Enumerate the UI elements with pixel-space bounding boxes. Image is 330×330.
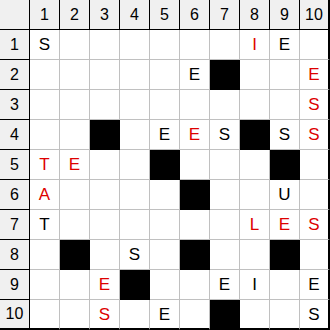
empty-cell-r9c9[interactable] <box>270 270 300 300</box>
empty-cell-r7c2[interactable] <box>60 210 90 240</box>
empty-cell-r8c5[interactable] <box>150 240 180 270</box>
letter-cell-r5c1[interactable]: T <box>30 150 60 180</box>
empty-cell-r1c2[interactable] <box>60 30 90 60</box>
empty-cell-r10c2[interactable] <box>60 300 90 330</box>
letter-cell-r10c5[interactable]: E <box>150 300 180 330</box>
corner-cell <box>0 0 30 30</box>
empty-cell-r2c9[interactable] <box>270 60 300 90</box>
empty-cell-r4c1[interactable] <box>30 120 60 150</box>
col-header-4: 4 <box>120 0 150 30</box>
row-header-4: 4 <box>0 120 30 150</box>
empty-cell-r4c4[interactable] <box>120 120 150 150</box>
letter-cell-r1c1[interactable]: S <box>30 30 60 60</box>
empty-cell-r7c5[interactable] <box>150 210 180 240</box>
block-cell-r5c9[interactable] <box>270 150 300 180</box>
letter-cell-r9c8[interactable]: I <box>240 270 270 300</box>
empty-cell-r9c1[interactable] <box>30 270 60 300</box>
empty-cell-r8c10[interactable] <box>300 240 330 270</box>
block-cell-r4c8[interactable] <box>240 120 270 150</box>
block-cell-r2c7[interactable] <box>210 60 240 90</box>
row-header-8: 8 <box>0 240 30 270</box>
empty-cell-r2c8[interactable] <box>240 60 270 90</box>
empty-cell-r3c8[interactable] <box>240 90 270 120</box>
letter-cell-r1c9[interactable]: E <box>270 30 300 60</box>
empty-cell-r6c7[interactable] <box>210 180 240 210</box>
letter-cell-r4c9[interactable]: S <box>270 120 300 150</box>
empty-cell-r1c5[interactable] <box>150 30 180 60</box>
col-header-2: 2 <box>60 0 90 30</box>
empty-cell-r2c5[interactable] <box>150 60 180 90</box>
empty-cell-r5c6[interactable] <box>180 150 210 180</box>
empty-cell-r1c7[interactable] <box>210 30 240 60</box>
empty-cell-r5c4[interactable] <box>120 150 150 180</box>
empty-cell-r1c3[interactable] <box>90 30 120 60</box>
empty-cell-r10c1[interactable] <box>30 300 60 330</box>
row-header-10: 10 <box>0 300 30 330</box>
block-cell-r4c3[interactable] <box>90 120 120 150</box>
letter-cell-r7c10[interactable]: S <box>300 210 330 240</box>
empty-cell-r9c5[interactable] <box>150 270 180 300</box>
empty-cell-r3c7[interactable] <box>210 90 240 120</box>
empty-cell-r6c10[interactable] <box>300 180 330 210</box>
block-cell-r8c9[interactable] <box>270 240 300 270</box>
empty-cell-r8c1[interactable] <box>30 240 60 270</box>
block-cell-r9c4[interactable] <box>120 270 150 300</box>
letter-cell-r7c8[interactable]: L <box>240 210 270 240</box>
col-header-3: 3 <box>90 0 120 30</box>
empty-cell-r10c8[interactable] <box>240 300 270 330</box>
row-header-2: 2 <box>0 60 30 90</box>
block-cell-r8c2[interactable] <box>60 240 90 270</box>
letter-cell-r4c10[interactable]: S <box>300 120 330 150</box>
empty-cell-r10c9[interactable] <box>270 300 300 330</box>
letter-cell-r7c9[interactable]: E <box>270 210 300 240</box>
empty-cell-r3c1[interactable] <box>30 90 60 120</box>
row-header-5: 5 <box>0 150 30 180</box>
letter-cell-r2c10[interactable]: E <box>300 60 330 90</box>
letter-cell-r6c9[interactable]: U <box>270 180 300 210</box>
letter-cell-r4c6[interactable]: E <box>180 120 210 150</box>
col-header-9: 9 <box>270 0 300 30</box>
empty-cell-r8c7[interactable] <box>210 240 240 270</box>
row-header-3: 3 <box>0 90 30 120</box>
empty-cell-r7c4[interactable] <box>120 210 150 240</box>
empty-cell-r3c3[interactable] <box>90 90 120 120</box>
row-header-7: 7 <box>0 210 30 240</box>
letter-cell-r9c10[interactable]: E <box>300 270 330 300</box>
empty-cell-r5c3[interactable] <box>90 150 120 180</box>
empty-cell-r3c2[interactable] <box>60 90 90 120</box>
col-header-7: 7 <box>210 0 240 30</box>
empty-cell-r7c3[interactable] <box>90 210 120 240</box>
empty-cell-r6c8[interactable] <box>240 180 270 210</box>
empty-cell-r10c4[interactable] <box>120 300 150 330</box>
empty-cell-r9c6[interactable] <box>180 270 210 300</box>
empty-cell-r2c1[interactable] <box>30 60 60 90</box>
col-header-6: 6 <box>180 0 210 30</box>
letter-cell-r1c8[interactable]: I <box>240 30 270 60</box>
letter-cell-r9c3[interactable]: E <box>90 270 120 300</box>
letter-cell-r8c4[interactable]: S <box>120 240 150 270</box>
empty-cell-r6c5[interactable] <box>150 180 180 210</box>
block-cell-r8c6[interactable] <box>180 240 210 270</box>
empty-cell-r1c4[interactable] <box>120 30 150 60</box>
empty-cell-r3c5[interactable] <box>150 90 180 120</box>
empty-cell-r1c10[interactable] <box>300 30 330 60</box>
puzzle-board: 123456789101SIE2EE3S4EESSS5TE6AU7TLES8S9… <box>0 0 330 330</box>
empty-cell-r5c8[interactable] <box>240 150 270 180</box>
letter-cell-r2c6[interactable]: E <box>180 60 210 90</box>
empty-cell-r7c7[interactable] <box>210 210 240 240</box>
empty-cell-r7c6[interactable] <box>180 210 210 240</box>
empty-cell-r1c6[interactable] <box>180 30 210 60</box>
empty-cell-r6c2[interactable] <box>60 180 90 210</box>
empty-cell-r5c10[interactable] <box>300 150 330 180</box>
block-cell-r10c7[interactable] <box>210 300 240 330</box>
empty-cell-r8c8[interactable] <box>240 240 270 270</box>
letter-cell-r4c7[interactable]: S <box>210 120 240 150</box>
row-header-6: 6 <box>0 180 30 210</box>
col-header-5: 5 <box>150 0 180 30</box>
col-header-10: 10 <box>300 0 330 30</box>
letter-cell-r9c7[interactable]: E <box>210 270 240 300</box>
letter-cell-r6c1[interactable]: A <box>30 180 60 210</box>
letter-cell-r4c5[interactable]: E <box>150 120 180 150</box>
empty-cell-r9c2[interactable] <box>60 270 90 300</box>
letter-cell-r5c2[interactable]: E <box>60 150 90 180</box>
empty-cell-r6c3[interactable] <box>90 180 120 210</box>
empty-cell-r8c3[interactable] <box>90 240 120 270</box>
col-header-8: 8 <box>240 0 270 30</box>
col-header-1: 1 <box>30 0 60 30</box>
empty-cell-r5c7[interactable] <box>210 150 240 180</box>
block-cell-r5c5[interactable] <box>150 150 180 180</box>
empty-cell-r2c3[interactable] <box>90 60 120 90</box>
row-header-1: 1 <box>0 30 30 60</box>
empty-cell-r3c6[interactable] <box>180 90 210 120</box>
letter-cell-r10c3[interactable]: S <box>90 300 120 330</box>
empty-cell-r6c4[interactable] <box>120 180 150 210</box>
row-header-9: 9 <box>0 270 30 300</box>
letter-cell-r7c1[interactable]: T <box>30 210 60 240</box>
empty-cell-r3c4[interactable] <box>120 90 150 120</box>
letter-cell-r10c10[interactable]: S <box>300 300 330 330</box>
empty-cell-r2c4[interactable] <box>120 60 150 90</box>
letter-cell-r3c10[interactable]: S <box>300 90 330 120</box>
empty-cell-r2c2[interactable] <box>60 60 90 90</box>
empty-cell-r3c9[interactable] <box>270 90 300 120</box>
block-cell-r6c6[interactable] <box>180 180 210 210</box>
empty-cell-r4c2[interactable] <box>60 120 90 150</box>
empty-cell-r10c6[interactable] <box>180 300 210 330</box>
